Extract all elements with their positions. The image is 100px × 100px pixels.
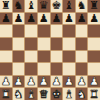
piece-white-knight[interactable]: ♞ bbox=[77, 89, 87, 100]
square-f4[interactable] bbox=[63, 51, 75, 63]
square-e4[interactable] bbox=[51, 51, 63, 63]
square-g1[interactable]: ♞ bbox=[76, 88, 88, 100]
square-h6[interactable] bbox=[88, 25, 100, 37]
square-a6[interactable] bbox=[0, 25, 12, 37]
square-g7[interactable]: ♟ bbox=[76, 13, 88, 25]
square-c1[interactable]: ♝ bbox=[25, 88, 37, 100]
square-h3[interactable] bbox=[88, 63, 100, 75]
square-e6[interactable] bbox=[51, 25, 63, 37]
square-b2[interactable]: ♟ bbox=[13, 76, 25, 88]
square-d8[interactable]: ♛ bbox=[38, 0, 50, 12]
square-e7[interactable]: ♟ bbox=[51, 13, 63, 25]
square-f1[interactable]: ♝ bbox=[63, 88, 75, 100]
piece-black-bishop[interactable]: ♝ bbox=[64, 0, 74, 11]
piece-black-rook[interactable]: ♜ bbox=[89, 0, 99, 11]
piece-black-pawn[interactable]: ♟ bbox=[39, 13, 49, 24]
square-h7[interactable]: ♟ bbox=[88, 13, 100, 25]
square-h1[interactable]: ♜ bbox=[88, 88, 100, 100]
piece-black-pawn[interactable]: ♟ bbox=[14, 13, 24, 24]
piece-black-pawn[interactable]: ♟ bbox=[89, 13, 99, 24]
piece-black-king[interactable]: ♚ bbox=[51, 0, 61, 11]
square-d5[interactable] bbox=[38, 38, 50, 50]
square-b1[interactable]: ♞ bbox=[13, 88, 25, 100]
square-f8[interactable]: ♝ bbox=[63, 0, 75, 12]
square-h2[interactable]: ♟ bbox=[88, 76, 100, 88]
square-f7[interactable]: ♟ bbox=[63, 13, 75, 25]
square-d6[interactable] bbox=[38, 25, 50, 37]
square-a3[interactable] bbox=[0, 63, 12, 75]
square-a2[interactable]: ♟ bbox=[0, 76, 12, 88]
square-c7[interactable]: ♟ bbox=[25, 13, 37, 25]
piece-white-pawn[interactable]: ♟ bbox=[39, 76, 49, 87]
square-e5[interactable] bbox=[51, 38, 63, 50]
square-c8[interactable]: ♝ bbox=[25, 0, 37, 12]
square-b4[interactable] bbox=[13, 51, 25, 63]
square-d3[interactable] bbox=[38, 63, 50, 75]
square-b8[interactable]: ♞ bbox=[13, 0, 25, 12]
piece-black-queen[interactable]: ♛ bbox=[39, 0, 49, 11]
square-e8[interactable]: ♚ bbox=[51, 0, 63, 12]
piece-black-bishop[interactable]: ♝ bbox=[26, 0, 36, 11]
square-a8[interactable]: ♜ bbox=[0, 0, 12, 12]
square-g4[interactable] bbox=[76, 51, 88, 63]
square-c4[interactable] bbox=[25, 51, 37, 63]
square-d7[interactable]: ♟ bbox=[38, 13, 50, 25]
square-d2[interactable]: ♟ bbox=[38, 76, 50, 88]
piece-white-rook[interactable]: ♜ bbox=[89, 89, 99, 100]
piece-white-queen[interactable]: ♛ bbox=[39, 89, 49, 100]
chess-board: ♜♞♝♛♚♝♞♜♟♟♟♟♟♟♟♟♟♟♟♟♟♟♟♟♜♞♝♛♚♝♞♜ bbox=[0, 0, 100, 100]
piece-white-pawn[interactable]: ♟ bbox=[77, 76, 87, 87]
square-h8[interactable]: ♜ bbox=[88, 0, 100, 12]
square-g3[interactable] bbox=[76, 63, 88, 75]
square-a5[interactable] bbox=[0, 38, 12, 50]
square-c3[interactable] bbox=[25, 63, 37, 75]
square-b7[interactable]: ♟ bbox=[13, 13, 25, 25]
square-a1[interactable]: ♜ bbox=[0, 88, 12, 100]
square-e1[interactable]: ♚ bbox=[51, 88, 63, 100]
piece-white-king[interactable]: ♚ bbox=[51, 89, 61, 100]
piece-white-pawn[interactable]: ♟ bbox=[51, 76, 61, 87]
piece-black-rook[interactable]: ♜ bbox=[1, 0, 11, 11]
square-c6[interactable] bbox=[25, 25, 37, 37]
square-f5[interactable] bbox=[63, 38, 75, 50]
piece-white-pawn[interactable]: ♟ bbox=[14, 76, 24, 87]
piece-white-bishop[interactable]: ♝ bbox=[64, 89, 74, 100]
square-d4[interactable] bbox=[38, 51, 50, 63]
square-e3[interactable] bbox=[51, 63, 63, 75]
square-g6[interactable] bbox=[76, 25, 88, 37]
piece-white-pawn[interactable]: ♟ bbox=[89, 76, 99, 87]
piece-black-pawn[interactable]: ♟ bbox=[64, 13, 74, 24]
piece-white-bishop[interactable]: ♝ bbox=[26, 89, 36, 100]
piece-black-pawn[interactable]: ♟ bbox=[26, 13, 36, 24]
square-a4[interactable] bbox=[0, 51, 12, 63]
square-b3[interactable] bbox=[13, 63, 25, 75]
square-d1[interactable]: ♛ bbox=[38, 88, 50, 100]
square-a7[interactable]: ♟ bbox=[0, 13, 12, 25]
piece-black-pawn[interactable]: ♟ bbox=[77, 13, 87, 24]
piece-white-pawn[interactable]: ♟ bbox=[64, 76, 74, 87]
square-c5[interactable] bbox=[25, 38, 37, 50]
square-g8[interactable]: ♞ bbox=[76, 0, 88, 12]
piece-black-knight[interactable]: ♞ bbox=[77, 0, 87, 11]
square-f3[interactable] bbox=[63, 63, 75, 75]
piece-black-knight[interactable]: ♞ bbox=[14, 0, 24, 11]
square-f6[interactable] bbox=[63, 25, 75, 37]
square-c2[interactable]: ♟ bbox=[25, 76, 37, 88]
square-b5[interactable] bbox=[13, 38, 25, 50]
square-b6[interactable] bbox=[13, 25, 25, 37]
square-h4[interactable] bbox=[88, 51, 100, 63]
piece-white-pawn[interactable]: ♟ bbox=[1, 76, 11, 87]
piece-black-pawn[interactable]: ♟ bbox=[1, 13, 11, 24]
square-e2[interactable]: ♟ bbox=[51, 76, 63, 88]
square-g5[interactable] bbox=[76, 38, 88, 50]
piece-white-rook[interactable]: ♜ bbox=[1, 89, 11, 100]
piece-black-pawn[interactable]: ♟ bbox=[51, 13, 61, 24]
square-h5[interactable] bbox=[88, 38, 100, 50]
square-g2[interactable]: ♟ bbox=[76, 76, 88, 88]
square-f2[interactable]: ♟ bbox=[63, 76, 75, 88]
piece-white-knight[interactable]: ♞ bbox=[14, 89, 24, 100]
piece-white-pawn[interactable]: ♟ bbox=[26, 76, 36, 87]
